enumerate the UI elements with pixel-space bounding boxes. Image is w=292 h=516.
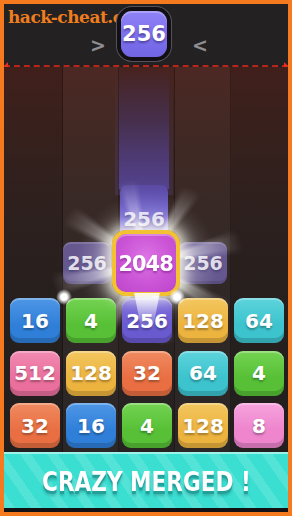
merging-tile-right-value: 256 <box>183 252 223 274</box>
swipe-right-hint[interactable]: < <box>192 34 208 56</box>
tile-64: 64 <box>178 351 228 396</box>
merged-2048-tile: 2048 <box>112 230 180 296</box>
tile-128: 128 <box>66 351 116 396</box>
tile-512: 512 <box>10 351 60 396</box>
tile-4: 4 <box>66 298 116 343</box>
tile-32: 32 <box>10 403 60 448</box>
banner-text: CRAZY MERGED ! <box>42 466 251 497</box>
crazy-merged-banner: CRAZY MERGED ! <box>4 452 288 508</box>
game-screen: hack-cheat.org > 256 < 256 256 256 <box>4 4 288 512</box>
merging-tile-left: 256 <box>63 242 111 284</box>
tile-256: 256 <box>122 298 172 343</box>
tile-128: 128 <box>178 403 228 448</box>
next-tile: 256 <box>121 11 167 57</box>
tile-16: 16 <box>66 403 116 448</box>
swipe-left-hint[interactable]: > <box>90 34 106 56</box>
app-frame: hack-cheat.org > 256 < 256 256 256 <box>0 0 292 516</box>
merging-tile-right: 256 <box>179 242 227 284</box>
top-bar: hack-cheat.org > 256 < <box>4 4 288 64</box>
tile-32: 32 <box>122 351 172 396</box>
merging-tile-left-value: 256 <box>67 252 107 274</box>
tile-4: 4 <box>122 403 172 448</box>
tile-16: 16 <box>10 298 60 343</box>
falling-tile: 256 <box>120 185 168 234</box>
tile-128: 128 <box>178 298 228 343</box>
bottom-strip <box>4 508 288 512</box>
tile-4: 4 <box>234 351 284 396</box>
next-tile-value: 256 <box>122 22 166 46</box>
falling-tile-trail <box>119 67 169 189</box>
tile-64: 64 <box>234 298 284 343</box>
game-board[interactable]: 256 256 256 2048 16425612864512128326443… <box>4 67 288 452</box>
tile-8: 8 <box>234 403 284 448</box>
merged-2048-value: 2048 <box>119 251 173 276</box>
